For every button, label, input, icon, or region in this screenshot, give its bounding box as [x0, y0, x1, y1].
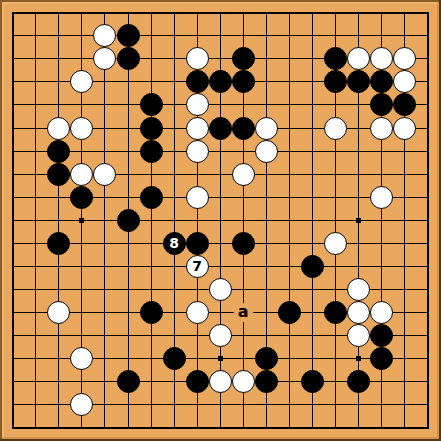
point-label-a: a: [234, 303, 253, 322]
labels-layer: a: [0, 0, 441, 441]
go-board: 87 a: [0, 0, 441, 441]
